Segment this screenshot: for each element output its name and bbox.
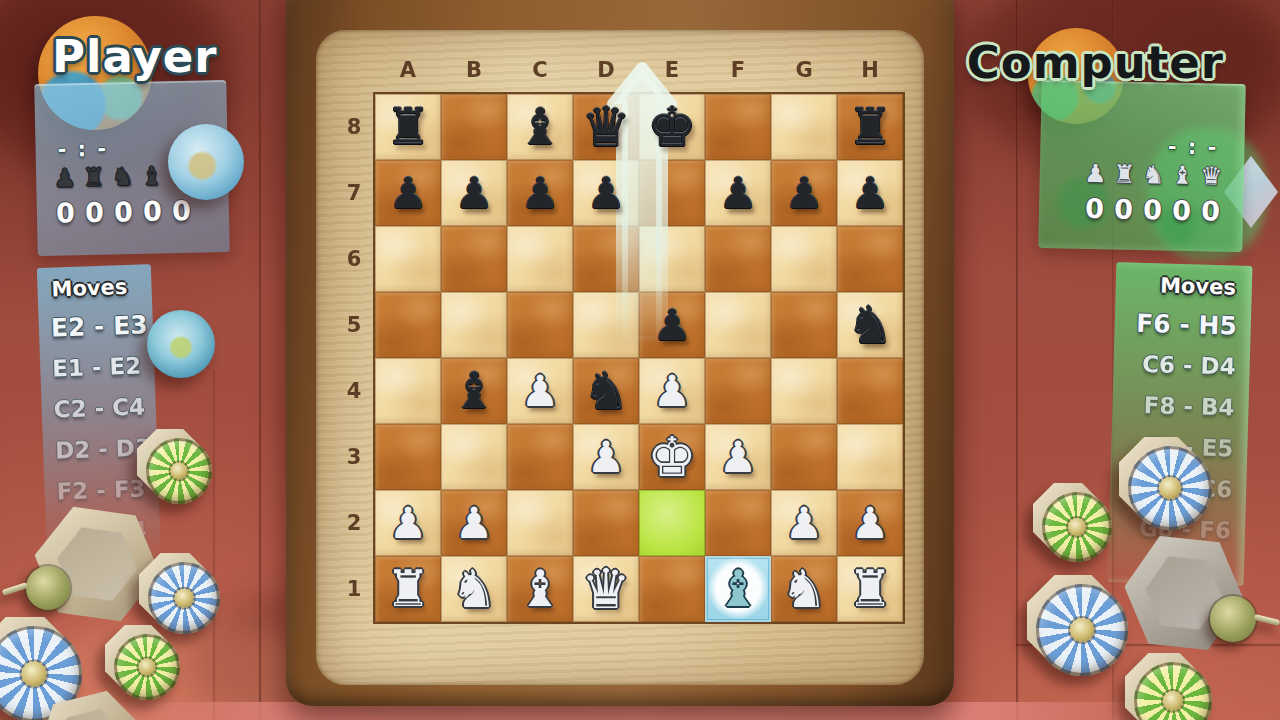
- captured-queen-icon: ♛: [1197, 163, 1227, 189]
- spinning-top-decoration: [1042, 492, 1112, 562]
- square-g6[interactable]: [771, 226, 837, 292]
- captured-count-knight: 0: [1138, 194, 1168, 226]
- white-pawn: ♟: [719, 436, 758, 479]
- captured-pawn-icon: ♟: [50, 165, 80, 191]
- computer-title: Computer: [967, 36, 1224, 89]
- square-c8[interactable]: ♝: [507, 94, 573, 160]
- computer-moves-panel: Moves F6 - H5C6 - D4F8 - B4E7 - E5B8 - C…: [1108, 262, 1253, 586]
- player-captured-counts: 00000: [51, 195, 197, 229]
- captured-count-pawn: 0: [1080, 193, 1110, 225]
- white-rook: ♜: [386, 564, 431, 614]
- computer-move-entry: F8 - B4: [1112, 384, 1235, 428]
- square-h6[interactable]: [837, 226, 903, 292]
- computer-moves-header: Moves: [1128, 272, 1237, 299]
- square-f5[interactable]: [705, 292, 771, 358]
- square-c4[interactable]: ♟: [507, 358, 573, 424]
- rank-label-6: 6: [338, 226, 370, 292]
- white-pawn: ♟: [455, 502, 494, 545]
- square-f3[interactable]: ♟: [705, 424, 771, 490]
- square-d4[interactable]: ♞: [573, 358, 639, 424]
- captured-knight-icon: ♞: [1139, 162, 1169, 188]
- square-c6[interactable]: [507, 226, 573, 292]
- computer-captured-icons: ♟♜♞♝♛: [1081, 161, 1226, 189]
- white-bishop: ♝: [716, 564, 761, 614]
- square-c7[interactable]: ♟: [507, 160, 573, 226]
- square-b6[interactable]: [441, 226, 507, 292]
- white-pawn: ♟: [851, 502, 890, 545]
- square-a7[interactable]: ♟: [375, 160, 441, 226]
- chess-board-panel: ABCDEFGH 87654321 ♜♝♛♚♜♟♟♟♟♟♟♟♟♞♝♟♞♟♟♚♟♟…: [316, 30, 924, 685]
- square-f2[interactable]: [705, 490, 771, 556]
- square-d5[interactable]: [573, 292, 639, 358]
- player-move-entry: E1 - E2: [52, 345, 155, 390]
- square-b3[interactable]: [441, 424, 507, 490]
- square-e7[interactable]: [639, 160, 705, 226]
- player-timer: - : -: [57, 137, 108, 162]
- square-c1[interactable]: ♝: [507, 556, 573, 622]
- square-h1[interactable]: ♜: [837, 556, 903, 622]
- white-queen: ♛: [581, 562, 630, 617]
- square-h2[interactable]: ♟: [837, 490, 903, 556]
- white-pawn: ♟: [785, 502, 824, 545]
- black-bishop: ♝: [518, 102, 563, 152]
- wall-seam: [1016, 0, 1019, 720]
- computer-move-entry: F6 - H5: [1114, 302, 1237, 346]
- square-f4[interactable]: [705, 358, 771, 424]
- knob-top-decoration: [1210, 596, 1256, 642]
- square-f8[interactable]: [705, 94, 771, 160]
- rank-labels: 87654321: [338, 94, 370, 622]
- square-h8[interactable]: ♜: [837, 94, 903, 160]
- file-label-g: G: [771, 58, 837, 88]
- white-bishop: ♝: [518, 564, 563, 614]
- square-g8[interactable]: [771, 94, 837, 160]
- white-pawn: ♟: [389, 502, 428, 545]
- black-pawn: ♟: [653, 304, 692, 347]
- captured-pawn-icon: ♟: [1081, 161, 1111, 187]
- black-bishop: ♝: [452, 366, 497, 416]
- glass-ball-decoration: [147, 310, 215, 378]
- spinning-top-decoration: [1036, 584, 1128, 676]
- square-f6[interactable]: [705, 226, 771, 292]
- glass-ball-decoration: [168, 124, 244, 200]
- square-e1[interactable]: [639, 556, 705, 622]
- square-b5[interactable]: [441, 292, 507, 358]
- player-moves-header: Moves: [51, 275, 140, 302]
- file-label-e: E: [639, 58, 705, 88]
- square-d1[interactable]: ♛: [573, 556, 639, 622]
- square-a1[interactable]: ♜: [375, 556, 441, 622]
- rank-label-7: 7: [338, 160, 370, 226]
- rank-label-8: 8: [338, 94, 370, 160]
- computer-info-panel: - : - ♟♜♞♝♛ 00000: [1038, 80, 1245, 252]
- square-g1[interactable]: ♞: [771, 556, 837, 622]
- square-d6[interactable]: [573, 226, 639, 292]
- square-d3[interactable]: ♟: [573, 424, 639, 490]
- square-g3[interactable]: [771, 424, 837, 490]
- file-label-a: A: [375, 58, 441, 88]
- square-h3[interactable]: [837, 424, 903, 490]
- spinning-top-decoration: [146, 438, 212, 504]
- spinning-top-decoration: [1128, 446, 1212, 530]
- square-f1[interactable]: ♝: [705, 556, 771, 622]
- white-pawn: ♟: [521, 370, 560, 413]
- white-king: ♚: [647, 430, 696, 485]
- captured-count-knight: 0: [109, 196, 139, 228]
- rank-label-1: 1: [338, 556, 370, 622]
- file-labels: ABCDEFGH: [375, 58, 903, 88]
- square-a8[interactable]: ♜: [375, 94, 441, 160]
- square-b8[interactable]: [441, 94, 507, 160]
- player-title: Player: [52, 30, 217, 83]
- square-g4[interactable]: [771, 358, 837, 424]
- square-e2[interactable]: [639, 490, 705, 556]
- captured-count-bishop: 0: [1167, 195, 1197, 227]
- square-a2[interactable]: ♟: [375, 490, 441, 556]
- captured-count-queen: 0: [167, 195, 197, 227]
- computer-captured-counts: 00000: [1080, 193, 1226, 227]
- white-knight: ♞: [451, 563, 498, 615]
- player-move-entry: E2 - E3: [50, 304, 153, 349]
- black-knight: ♞: [583, 365, 630, 417]
- square-b4[interactable]: ♝: [441, 358, 507, 424]
- rank-label-3: 3: [338, 424, 370, 490]
- square-g7[interactable]: ♟: [771, 160, 837, 226]
- captured-bishop-icon: ♝: [1168, 163, 1198, 189]
- square-e6[interactable]: [639, 226, 705, 292]
- white-rook: ♜: [848, 564, 893, 614]
- black-rook: ♜: [848, 102, 893, 152]
- captured-count-bishop: 0: [138, 195, 168, 227]
- white-pawn: ♟: [587, 436, 626, 479]
- computer-timer: - : -: [1168, 135, 1219, 160]
- square-g2[interactable]: ♟: [771, 490, 837, 556]
- knob-top-decoration: [26, 566, 70, 610]
- black-pawn: ♟: [785, 172, 824, 215]
- captured-bishop-icon: ♝: [137, 163, 167, 189]
- square-f7[interactable]: ♟: [705, 160, 771, 226]
- square-d8[interactable]: ♛: [573, 94, 639, 160]
- black-pawn: ♟: [719, 172, 758, 215]
- rank-label-4: 4: [338, 358, 370, 424]
- black-king: ♚: [647, 100, 696, 155]
- square-a6[interactable]: [375, 226, 441, 292]
- black-pawn: ♟: [851, 172, 890, 215]
- square-e4[interactable]: ♟: [639, 358, 705, 424]
- black-knight: ♞: [847, 299, 894, 351]
- captured-knight-icon: ♞: [108, 164, 138, 190]
- rank-label-5: 5: [338, 292, 370, 358]
- captured-count-rook: 0: [1109, 193, 1139, 225]
- white-pawn: ♟: [653, 370, 692, 413]
- black-queen: ♛: [581, 100, 630, 155]
- computer-move-entry: C6 - D4: [1113, 343, 1236, 387]
- black-pawn: ♟: [389, 172, 428, 215]
- square-h4[interactable]: [837, 358, 903, 424]
- file-label-h: H: [837, 58, 903, 88]
- file-label-b: B: [441, 58, 507, 88]
- captured-count-rook: 0: [80, 196, 110, 228]
- chess-board-frame: ABCDEFGH 87654321 ♜♝♛♚♜♟♟♟♟♟♟♟♟♞♝♟♞♟♟♚♟♟…: [286, 0, 954, 706]
- white-knight: ♞: [781, 563, 828, 615]
- square-a4[interactable]: [375, 358, 441, 424]
- file-label-f: F: [705, 58, 771, 88]
- captured-count-queen: 0: [1196, 195, 1226, 227]
- wall-seam: [213, 370, 216, 720]
- square-e5[interactable]: ♟: [639, 292, 705, 358]
- square-g5[interactable]: [771, 292, 837, 358]
- chess-game-screen: ABCDEFGH 87654321 ♜♝♛♚♜♟♟♟♟♟♟♟♟♞♝♟♞♟♟♚♟♟…: [0, 0, 1280, 720]
- file-label-d: D: [573, 58, 639, 88]
- chess-board[interactable]: ♜♝♛♚♜♟♟♟♟♟♟♟♟♞♝♟♞♟♟♚♟♟♟♟♟♜♞♝♛♝♞♜: [373, 92, 905, 624]
- square-c3[interactable]: [507, 424, 573, 490]
- square-a3[interactable]: [375, 424, 441, 490]
- square-e8[interactable]: ♚: [639, 94, 705, 160]
- captured-count-pawn: 0: [51, 197, 81, 229]
- spinning-top-decoration: [1134, 662, 1212, 720]
- black-pawn: ♟: [521, 172, 560, 215]
- square-b1[interactable]: ♞: [441, 556, 507, 622]
- square-h5[interactable]: ♞: [837, 292, 903, 358]
- black-pawn: ♟: [587, 172, 626, 215]
- wall-seam: [259, 0, 262, 720]
- square-d7[interactable]: ♟: [573, 160, 639, 226]
- square-b7[interactable]: ♟: [441, 160, 507, 226]
- square-e3[interactable]: ♚: [639, 424, 705, 490]
- square-a5[interactable]: [375, 292, 441, 358]
- spinning-top-decoration: [148, 562, 220, 634]
- player-move-entry: C2 - C4: [53, 386, 156, 431]
- square-b2[interactable]: ♟: [441, 490, 507, 556]
- square-h7[interactable]: ♟: [837, 160, 903, 226]
- captured-rook-icon: ♜: [79, 165, 109, 191]
- file-label-c: C: [507, 58, 573, 88]
- square-c5[interactable]: [507, 292, 573, 358]
- square-c2[interactable]: [507, 490, 573, 556]
- rank-label-2: 2: [338, 490, 370, 556]
- black-rook: ♜: [386, 102, 431, 152]
- black-pawn: ♟: [455, 172, 494, 215]
- square-d2[interactable]: [573, 490, 639, 556]
- captured-rook-icon: ♜: [1110, 161, 1140, 187]
- spinning-top-decoration: [114, 634, 180, 700]
